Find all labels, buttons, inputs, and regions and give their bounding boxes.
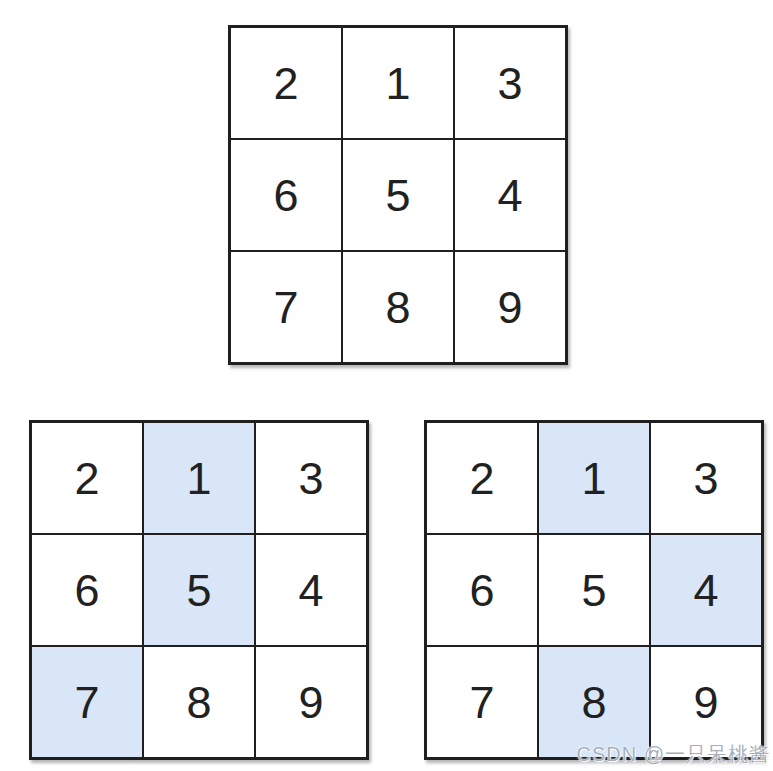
csdn-watermark: CSDN @一只呆桃酱 <box>576 741 770 768</box>
grid-bottom-right-cell-r2c1: 6 <box>426 534 538 646</box>
grid-bottom-left-cell-r1c3: 3 <box>255 422 367 534</box>
grid-bottom-left-cell-r3c2: 8 <box>143 646 255 758</box>
grid-top-cell-r3c2: 8 <box>342 251 454 363</box>
grid-top-cell-r3c1: 7 <box>230 251 342 363</box>
grid-top-cell-r2c3: 4 <box>454 139 566 251</box>
grid-bottom-left-cell-r3c3: 9 <box>255 646 367 758</box>
grid-top-cell-r3c3: 9 <box>454 251 566 363</box>
grid-bottom-right-cell-r1c1: 2 <box>426 422 538 534</box>
puzzle-diagram: 2 1 3 6 5 4 7 8 9 2 1 3 6 5 4 7 8 9 2 1 … <box>0 0 773 771</box>
grid-top-cell-r1c1: 2 <box>230 27 342 139</box>
grid-top: 2 1 3 6 5 4 7 8 9 <box>228 25 568 365</box>
grid-bottom-right: 2 1 3 6 5 4 7 8 9 <box>424 420 764 760</box>
grid-bottom-left: 2 1 3 6 5 4 7 8 9 <box>29 420 369 760</box>
grid-bottom-right-cell-r3c1: 7 <box>426 646 538 758</box>
grid-bottom-right-cell-r1c2: 1 <box>538 422 650 534</box>
grid-top-cell-r1c3: 3 <box>454 27 566 139</box>
grid-bottom-left-cell-r2c1: 6 <box>31 534 143 646</box>
grid-bottom-left-cell-r1c1: 2 <box>31 422 143 534</box>
grid-top-cell-r1c2: 1 <box>342 27 454 139</box>
grid-top-cell-r2c2: 5 <box>342 139 454 251</box>
grid-bottom-left-cell-r2c3: 4 <box>255 534 367 646</box>
grid-bottom-right-cell-r1c3: 3 <box>650 422 762 534</box>
grid-bottom-left-cell-r3c1: 7 <box>31 646 143 758</box>
grid-bottom-right-cell-r2c2: 5 <box>538 534 650 646</box>
grid-bottom-left-cell-r2c2: 5 <box>143 534 255 646</box>
grid-top-cell-r2c1: 6 <box>230 139 342 251</box>
grid-bottom-left-cell-r1c2: 1 <box>143 422 255 534</box>
grid-bottom-right-cell-r2c3: 4 <box>650 534 762 646</box>
